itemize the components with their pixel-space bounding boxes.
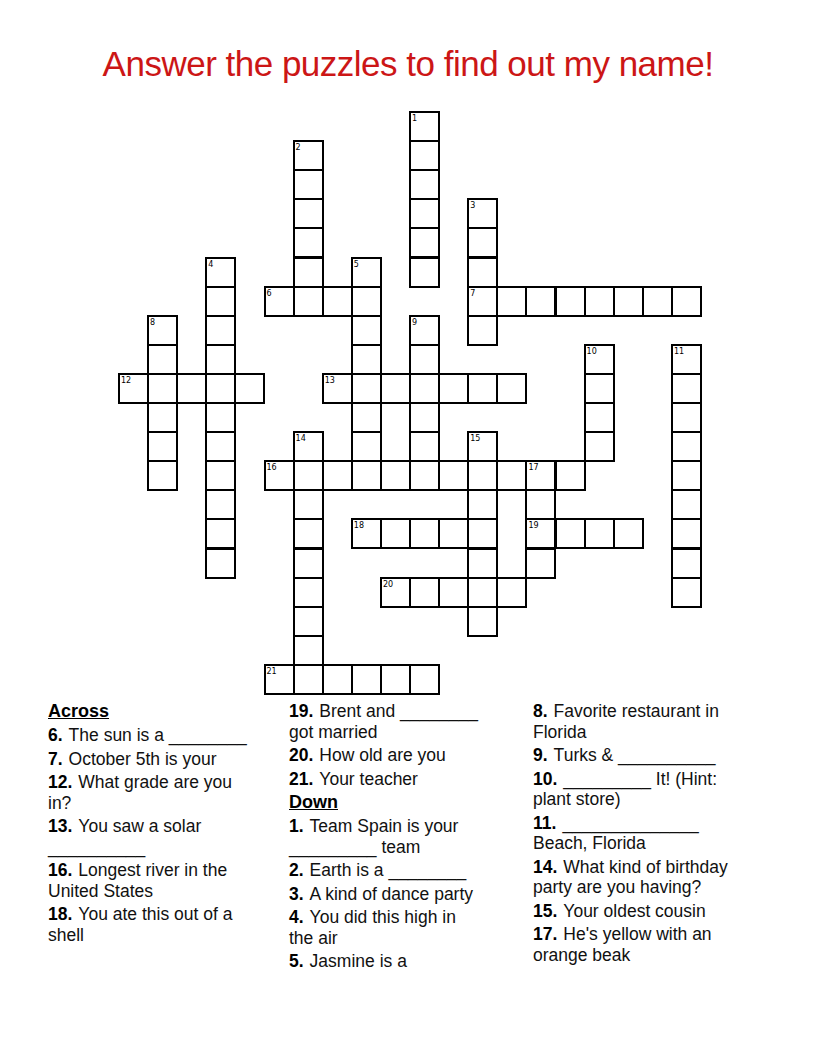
grid-cell[interactable] [205,548,236,579]
clue-number: 15. [533,901,557,921]
grid-cell[interactable] [584,286,615,317]
grid-cell[interactable] [205,489,236,520]
grid-cell[interactable] [525,286,556,317]
clue-across-16: 16.Longest river in the United States [48,860,266,901]
grid-cell[interactable] [322,286,353,317]
grid-cell[interactable] [671,460,702,491]
clue-down-15: 15.Your oldest cousin [533,901,751,922]
clue-text: You ate this out of a shell [48,904,232,945]
clue-down-1: 1.Team Spain is your _________ team [289,816,507,857]
grid-cell[interactable] [438,518,469,549]
grid-cell[interactable] [293,286,324,317]
grid-cell[interactable] [351,664,382,695]
grid-cell[interactable] [293,664,324,695]
clue-number: 5. [289,951,304,971]
grid-cell[interactable] [467,548,498,579]
clue-text: You did this high in the air [289,907,456,948]
worksheet-page: Answer the puzzles to find out my name! … [0,0,816,1056]
clue-text: ______________ Beach, Florida [533,813,699,854]
grid-cell[interactable] [205,518,236,549]
grid-cell[interactable] [205,286,236,317]
crossword-grid: 123456789101112131415161718192021 [118,111,702,695]
clue-across-20: 20.How old are you [289,745,507,766]
grid-cell[interactable] [584,431,615,462]
grid-cell[interactable] [351,460,382,491]
cell-clue-number: 2 [296,143,301,152]
grid-cell[interactable] [555,460,586,491]
clue-number: 6. [48,725,63,745]
grid-cell[interactable] [380,664,411,695]
cell-clue-number: 19 [528,521,538,530]
down-heading: Down [289,792,507,812]
cell-clue-number: 5 [354,260,359,269]
grid-cell[interactable] [409,518,440,549]
grid-cell[interactable] [205,373,236,404]
grid-cell[interactable] [205,460,236,491]
grid-cell[interactable] [671,518,702,549]
clue-text: Turks & __________ [554,745,716,765]
grid-cell[interactable] [293,606,324,637]
grid-cell[interactable] [438,577,469,608]
grid-cell[interactable] [176,373,207,404]
clue-number: 20. [289,745,313,765]
grid-cell[interactable] [409,140,440,171]
grid-cell[interactable] [380,373,411,404]
clue-number: 9. [533,745,548,765]
clues-column-left: Across 6.The sun is a ________ 7.October… [48,701,266,948]
clue-number: 13. [48,816,72,836]
cell-clue-number: 16 [267,463,277,472]
clue-across-6: 6.The sun is a ________ [48,725,266,746]
clue-down-2: 2.Earth is a ________ [289,860,507,881]
clue-text: Earth is a ________ [310,860,467,880]
grid-cell[interactable] [409,373,440,404]
cell-clue-number: 6 [267,289,272,298]
grid-cell[interactable] [671,489,702,520]
grid-cell[interactable] [671,548,702,579]
cell-clue-number: 1 [412,114,417,123]
cell-clue-number: 9 [412,318,417,327]
clue-text: The sun is a ________ [69,725,247,745]
clue-number: 12. [48,772,72,792]
clue-down-14: 14.What kind of birthday party are you h… [533,857,751,898]
clue-number: 21. [289,769,313,789]
cell-clue-number: 17 [528,463,538,472]
grid-cell[interactable] [438,460,469,491]
grid-cell[interactable] [584,518,615,549]
grid-cell[interactable] [467,257,498,288]
clue-text: Jasmine is a [310,951,407,971]
grid-cell[interactable] [322,460,353,491]
clue-text: He's yellow with an orange beak [533,924,712,965]
clue-text: How old are you [319,745,445,765]
clue-number: 8. [533,701,548,721]
grid-cell[interactable] [671,402,702,433]
grid-cell[interactable] [293,460,324,491]
grid-cell[interactable] [555,518,586,549]
grid-cell[interactable] [525,489,556,520]
grid-cell[interactable] [467,460,498,491]
cell-clue-number: 21 [267,667,277,676]
grid-cell[interactable] [496,286,527,317]
clue-number: 10. [533,769,557,789]
grid-cell[interactable] [293,635,324,666]
clue-text: Favorite restaurant in Florida [533,701,719,742]
grid-cell[interactable] [467,518,498,549]
grid-cell[interactable] [496,460,527,491]
grid-cell[interactable] [293,577,324,608]
clue-text: A kind of dance party [310,884,473,904]
grid-cell[interactable] [409,402,440,433]
grid-cell[interactable] [409,198,440,229]
grid-cell[interactable] [351,286,382,317]
grid-cell[interactable] [555,286,586,317]
clue-number: 7. [48,749,63,769]
grid-cell[interactable] [613,286,644,317]
grid-cell[interactable] [409,344,440,375]
grid-cell[interactable] [234,373,265,404]
grid-cell[interactable] [147,431,178,462]
clue-down-11: 11.______________ Beach, Florida [533,813,751,854]
grid-cell[interactable] [205,315,236,346]
cell-clue-number: 18 [354,521,364,530]
grid-cell[interactable] [496,373,527,404]
grid-cell[interactable] [380,518,411,549]
clue-across-19: 19.Brent and ________ got married [289,701,507,742]
clue-number: 1. [289,816,304,836]
cell-clue-number: 15 [470,434,480,443]
grid-cell[interactable] [613,518,644,549]
clue-text: Brent and ________ got married [289,701,478,742]
grid-cell[interactable] [409,169,440,200]
across-heading: Across [48,701,266,721]
clues-column-right: 8.Favorite restaurant in Florida 9.Turks… [533,701,751,968]
grid-cell[interactable] [467,606,498,637]
grid-cell[interactable] [584,373,615,404]
grid-cell[interactable] [409,577,440,608]
clue-text: Longest river in the United States [48,860,227,901]
clue-number: 11. [533,813,556,833]
grid-cell[interactable] [438,373,469,404]
clue-number: 16. [48,860,72,880]
grid-cell[interactable] [671,286,702,317]
grid-cell[interactable] [293,198,324,229]
clue-text: Your teacher [319,769,418,789]
cell-clue-number: 14 [296,434,306,443]
cell-clue-number: 10 [587,347,597,356]
cell-clue-number: 7 [470,289,475,298]
clue-text: What grade are you in? [48,772,232,813]
cell-clue-number: 3 [470,201,475,210]
grid-cell[interactable] [293,489,324,520]
clue-down-10: 10._________ It! (Hint: plant store) [533,769,751,810]
puzzle-title: Answer the puzzles to find out my name! [0,44,816,84]
grid-cell[interactable] [467,373,498,404]
clue-down-8: 8.Favorite restaurant in Florida [533,701,751,742]
cell-clue-number: 4 [208,260,213,269]
cell-clue-number: 12 [121,376,131,385]
clue-text: What kind of birthday party are you havi… [533,857,728,898]
cell-clue-number: 20 [383,580,393,589]
clue-down-5: 5.Jasmine is a [289,951,507,972]
clue-text: _________ It! (Hint: plant store) [533,769,717,810]
clue-number: 14. [533,857,557,877]
grid-cell[interactable] [409,227,440,258]
cell-clue-number: 11 [674,347,684,356]
clue-down-4: 4.You did this high in the air [289,907,507,948]
clue-number: 4. [289,907,304,927]
clue-across-12: 12.What grade are you in? [48,772,266,813]
grid-cell[interactable] [467,489,498,520]
grid-cell[interactable] [147,344,178,375]
grid-cell[interactable] [293,169,324,200]
clue-across-7: 7.October 5th is your [48,749,266,770]
grid-cell[interactable] [351,431,382,462]
grid-cell[interactable] [205,431,236,462]
grid-cell[interactable] [351,373,382,404]
grid-cell[interactable] [147,460,178,491]
grid-cell[interactable] [351,315,382,346]
grid-cell[interactable] [671,431,702,462]
grid-cell[interactable] [409,431,440,462]
grid-cell[interactable] [293,518,324,549]
grid-cell[interactable] [496,577,527,608]
clues-column-middle: 19.Brent and ________ got married 20.How… [289,701,507,975]
grid-cell[interactable] [351,344,382,375]
clue-down-3: 3.A kind of dance party [289,884,507,905]
grid-cell[interactable] [409,460,440,491]
grid-cell[interactable] [205,344,236,375]
grid-cell[interactable] [467,315,498,346]
clue-down-17: 17.He's yellow with an orange beak [533,924,751,965]
grid-cell[interactable] [671,373,702,404]
clue-down-9: 9.Turks & __________ [533,745,751,766]
clue-text: October 5th is your [69,749,217,769]
grid-cell[interactable] [205,402,236,433]
clue-text: Team Spain is your _________ team [289,816,458,857]
grid-cell[interactable] [584,402,615,433]
clue-across-21: 21.Your teacher [289,769,507,790]
clue-text: Your oldest cousin [563,901,705,921]
grid-cell[interactable] [642,286,673,317]
grid-cell[interactable] [409,257,440,288]
grid-cell[interactable] [467,227,498,258]
grid-cell[interactable] [380,460,411,491]
grid-cell[interactable] [147,402,178,433]
cell-clue-number: 8 [150,318,155,327]
clue-number: 2. [289,860,304,880]
grid-cell[interactable] [293,227,324,258]
grid-cell[interactable] [467,577,498,608]
grid-cell[interactable] [525,548,556,579]
clue-number: 3. [289,884,304,904]
clue-number: 19. [289,701,313,721]
grid-cell[interactable] [147,373,178,404]
clue-across-18: 18.You ate this out of a shell [48,904,266,945]
clue-number: 18. [48,904,72,924]
clue-across-13: 13.You saw a solar __________ [48,816,266,857]
grid-cell[interactable] [409,664,440,695]
grid-cell[interactable] [322,664,353,695]
grid-cell[interactable] [293,257,324,288]
grid-cell[interactable] [671,577,702,608]
grid-cell[interactable] [351,402,382,433]
grid-cell[interactable] [293,548,324,579]
cell-clue-number: 13 [325,376,335,385]
clue-number: 17. [533,924,557,944]
